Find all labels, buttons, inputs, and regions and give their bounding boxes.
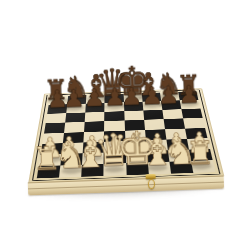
square-h6	[181, 108, 202, 118]
square-e7	[123, 101, 142, 111]
square-c8	[86, 94, 105, 103]
square-c6	[84, 112, 104, 122]
square-d7	[104, 102, 123, 112]
square-e3	[124, 140, 146, 152]
square-g3	[166, 138, 189, 150]
square-f7	[142, 101, 162, 111]
square-d4	[104, 130, 125, 141]
product-photo: ♜♞♝♛♚♝♞♜♟♟♟♟♟♟♟♟♟♟♟♟♟♟♟♟♜♞♝♛♚♝♞♜	[0, 0, 229, 229]
square-c2	[82, 152, 104, 164]
square-g6	[162, 109, 183, 119]
square-b4	[62, 131, 83, 142]
square-b1	[59, 164, 82, 177]
square-g2	[167, 149, 190, 161]
square-b8	[67, 95, 86, 104]
square-d6	[104, 111, 124, 121]
square-h3	[186, 137, 209, 149]
square-a4	[42, 132, 64, 143]
square-a7	[47, 104, 67, 114]
square-f2	[146, 150, 169, 162]
square-h7	[179, 99, 200, 109]
square-a6	[45, 113, 66, 123]
square-e2	[125, 150, 147, 162]
square-a3	[40, 142, 62, 154]
square-b7	[66, 103, 86, 113]
box-lid-seam	[28, 182, 224, 190]
square-g1	[169, 160, 193, 173]
square-b2	[60, 153, 82, 165]
board-grid	[36, 91, 215, 178]
square-a5	[44, 122, 65, 133]
square-g8	[159, 92, 179, 101]
square-c7	[85, 103, 104, 113]
square-c1	[81, 163, 104, 176]
square-b3	[61, 142, 83, 154]
square-f5	[143, 119, 164, 129]
square-e5	[124, 120, 144, 130]
square-h4	[184, 127, 207, 138]
square-a1	[36, 165, 60, 178]
square-g4	[164, 128, 186, 139]
square-c3	[82, 141, 103, 153]
square-h5	[183, 117, 205, 127]
square-f8	[141, 92, 160, 101]
square-e1	[125, 162, 148, 175]
square-g7	[160, 100, 180, 110]
square-b6	[65, 112, 85, 122]
clasp-ring	[148, 179, 155, 189]
square-f3	[145, 139, 167, 151]
square-f4	[144, 129, 165, 140]
square-f1	[147, 161, 170, 174]
square-d5	[104, 120, 124, 131]
square-h8	[178, 91, 198, 100]
square-e4	[124, 129, 145, 140]
square-f6	[142, 110, 162, 120]
square-a2	[38, 153, 61, 165]
square-h1	[190, 160, 215, 173]
chess-board	[28, 88, 224, 183]
square-d2	[103, 151, 125, 163]
square-e6	[123, 110, 143, 120]
square-c5	[84, 121, 104, 132]
square-b5	[64, 122, 85, 133]
square-c4	[83, 131, 104, 142]
square-e8	[123, 93, 142, 102]
chess-set: ♜♞♝♛♚♝♞♜♟♟♟♟♟♟♟♟♟♟♟♟♟♟♟♟♜♞♝♛♚♝♞♜	[0, 0, 229, 229]
square-g5	[163, 118, 184, 128]
square-d8	[104, 93, 123, 102]
square-d1	[103, 163, 125, 176]
square-d3	[104, 140, 125, 152]
brass-clasp-icon	[144, 174, 159, 192]
square-a8	[48, 95, 68, 104]
square-h2	[188, 148, 212, 160]
